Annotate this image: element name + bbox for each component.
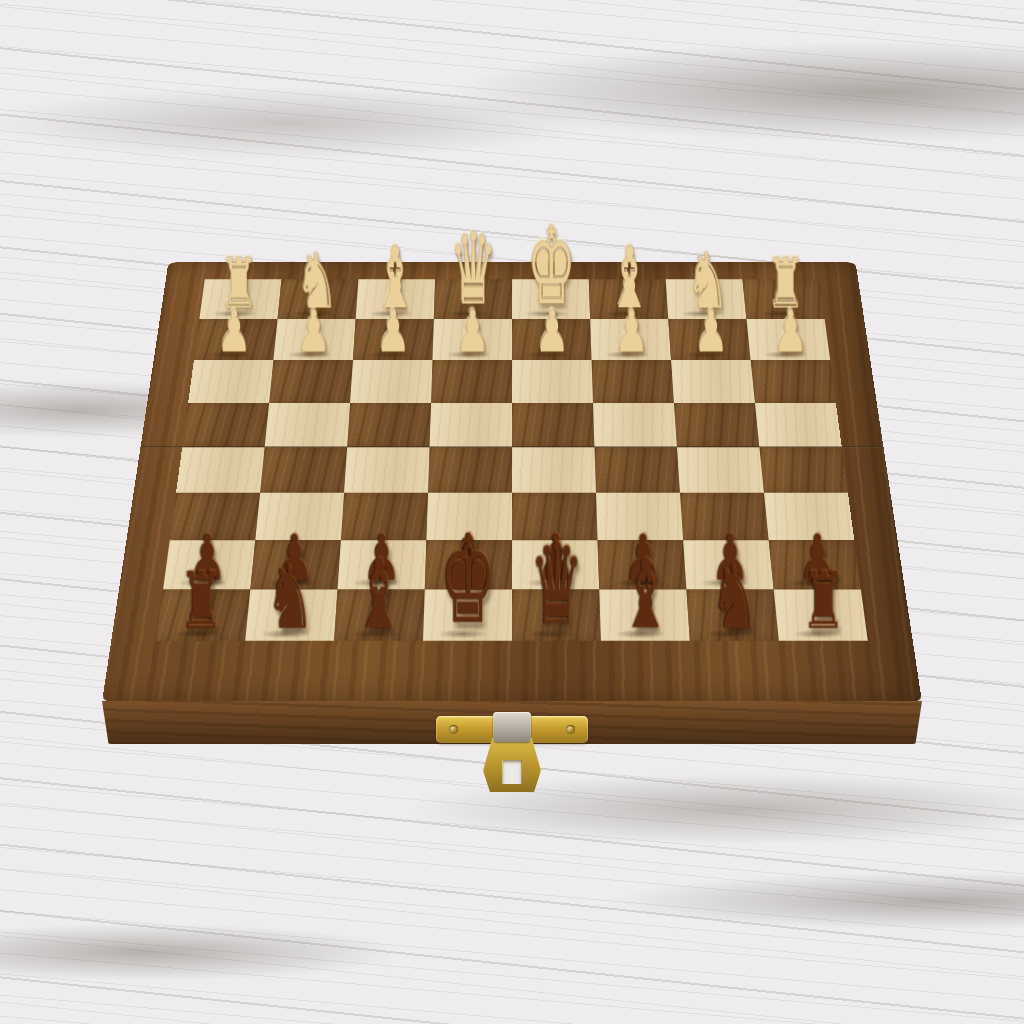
- black-bishop-f8: ♝: [354, 548, 404, 639]
- black-knight-b8: ♞: [710, 556, 759, 639]
- latch-loop-hole: [503, 760, 522, 784]
- square-f2: ♟: [353, 319, 434, 360]
- hinge-seam: [140, 446, 883, 448]
- square-d8: ♛: [512, 590, 601, 641]
- square-d3: [512, 360, 593, 403]
- square-f4: [347, 403, 431, 447]
- square-a8: ♜: [774, 590, 868, 641]
- table-background: ♜♞♝♛♚♝♞♜♟♟♟♟♟♟♟♟♟♟♟♟♟♟♟♟♜♞♝♚♛♝♞♜: [0, 0, 1024, 1024]
- screw-icon: [566, 725, 575, 734]
- latch-hinge-block: [493, 712, 531, 742]
- square-e2: ♟: [432, 319, 512, 360]
- square-g4: [265, 403, 350, 447]
- square-a4: [755, 403, 842, 447]
- black-knight-g8: ♞: [265, 556, 314, 639]
- square-d2: ♟: [512, 319, 592, 360]
- square-e4: [430, 403, 512, 447]
- square-b2: ♟: [668, 319, 750, 360]
- white-pawn-e2: ♟: [455, 304, 489, 359]
- white-pawn-h2: ♟: [217, 304, 251, 359]
- square-e5: [428, 447, 512, 493]
- screw-icon: [449, 725, 458, 734]
- square-h2: ♟: [194, 319, 278, 360]
- square-b4: [674, 403, 759, 447]
- white-pawn-c2: ♟: [614, 304, 648, 359]
- square-f3: [350, 360, 432, 403]
- black-king-e8: ♚: [440, 523, 496, 639]
- chess-board: ♜♞♝♛♚♝♞♜♟♟♟♟♟♟♟♟♟♟♟♟♟♟♟♟♜♞♝♚♛♝♞♜: [102, 262, 922, 702]
- square-h3: [188, 360, 273, 403]
- square-a2: ♟: [746, 319, 830, 360]
- latch-loop: [483, 738, 541, 792]
- square-c5: [594, 447, 680, 493]
- white-pawn-b2: ♟: [693, 304, 727, 359]
- white-pawn-a2: ♟: [773, 304, 807, 359]
- square-c3: [592, 360, 674, 403]
- black-rook-a8: ♜: [801, 565, 845, 639]
- square-e8: ♚: [423, 590, 512, 641]
- square-h5: [176, 447, 265, 493]
- black-queen-d8: ♛: [529, 533, 583, 639]
- square-e3: [431, 360, 512, 403]
- square-a3: [751, 360, 836, 403]
- square-b3: [671, 360, 755, 403]
- square-d4: [512, 403, 594, 447]
- board-squares: ♜♞♝♛♚♝♞♜♟♟♟♟♟♟♟♟♟♟♟♟♟♟♟♟♜♞♝♚♛♝♞♜: [156, 279, 868, 641]
- board-frame: ♜♞♝♛♚♝♞♜♟♟♟♟♟♟♟♟♟♟♟♟♟♟♟♟♜♞♝♚♛♝♞♜: [102, 262, 922, 702]
- white-pawn-g2: ♟: [296, 304, 330, 359]
- square-h4: [182, 403, 269, 447]
- square-c8: ♝: [599, 590, 690, 641]
- square-g8: ♞: [245, 590, 337, 641]
- white-pawn-d2: ♟: [535, 304, 569, 359]
- square-c2: ♟: [590, 319, 671, 360]
- square-f8: ♝: [334, 590, 425, 641]
- square-g2: ♟: [273, 319, 355, 360]
- square-d5: [512, 447, 596, 493]
- square-g3: [269, 360, 353, 403]
- square-a5: [759, 447, 848, 493]
- square-b5: [677, 447, 764, 493]
- square-g5: [260, 447, 347, 493]
- square-c4: [593, 403, 677, 447]
- square-f5: [344, 447, 430, 493]
- square-h8: ♜: [156, 590, 250, 641]
- black-bishop-c8: ♝: [620, 548, 670, 639]
- black-rook-h8: ♜: [179, 565, 223, 639]
- white-pawn-f2: ♟: [376, 304, 410, 359]
- square-b8: ♞: [686, 590, 778, 641]
